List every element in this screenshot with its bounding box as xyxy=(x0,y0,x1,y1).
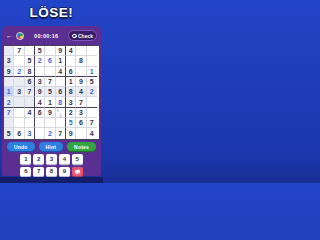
user-digit: 2 xyxy=(90,88,94,95)
cell-r7c7[interactable]: 2 xyxy=(66,108,76,118)
cell-r7c8[interactable]: 3 xyxy=(76,108,86,118)
given-digit: 3 xyxy=(69,99,73,106)
cell-r2c3[interactable]: 5 xyxy=(25,56,35,66)
cell-r4c1[interactable] xyxy=(4,77,14,87)
cell-r8c3[interactable] xyxy=(25,118,35,128)
given-digit: 6 xyxy=(58,88,62,95)
given-digit: 4 xyxy=(79,88,83,95)
cell-r8c7[interactable]: 5 xyxy=(66,118,76,128)
game-header: ← 00:00:16 Check xyxy=(2,26,101,45)
cell-r9c7[interactable]: 9 xyxy=(66,128,76,138)
cell-r3c4[interactable] xyxy=(35,67,45,77)
given-digit: 5 xyxy=(90,78,94,85)
given-digit: 2 xyxy=(69,109,73,116)
key-eraser[interactable] xyxy=(72,167,83,177)
cell-r2c9[interactable] xyxy=(87,56,97,66)
given-digit: 1 xyxy=(58,57,62,64)
cell-r1c9[interactable] xyxy=(87,46,97,56)
user-digit: 7 xyxy=(7,109,11,116)
cell-r6c5[interactable]: 1 xyxy=(45,97,55,107)
cell-r7c2[interactable] xyxy=(14,108,24,118)
user-digit: 2 xyxy=(48,130,52,137)
user-digit: 1 xyxy=(90,68,94,75)
cell-r1c6[interactable]: 9 xyxy=(56,46,66,56)
given-digit: 9 xyxy=(58,47,62,54)
cell-r3c9[interactable]: 1 xyxy=(87,67,97,77)
cell-r2c5[interactable]: 6 xyxy=(45,56,55,66)
cell-r2c2[interactable] xyxy=(14,56,24,66)
cell-r8c4[interactable] xyxy=(35,118,45,128)
user-digit: 8 xyxy=(58,99,62,106)
cell-r3c3[interactable]: 8 xyxy=(25,67,35,77)
cell-r2c1[interactable]: 3 xyxy=(4,56,14,66)
cell-r3c1[interactable]: 9 xyxy=(4,67,14,77)
key-4[interactable]: 4 xyxy=(59,154,70,164)
game-timer: 00:00:16 xyxy=(24,33,68,39)
given-digit: 8 xyxy=(69,88,73,95)
note-digit xyxy=(62,113,64,117)
cell-r2c4[interactable]: 2 xyxy=(35,56,45,66)
check-button-label: Check xyxy=(78,33,93,39)
cell-r9c1[interactable]: 5 xyxy=(4,128,14,138)
cell-r5c7[interactable]: 8 xyxy=(66,87,76,97)
cell-r4c7[interactable]: 1 xyxy=(66,77,76,87)
cell-r6c6[interactable]: 8 xyxy=(56,97,66,107)
banner-title: LÖSE! xyxy=(30,5,74,20)
given-digit: 7 xyxy=(17,47,21,54)
key-5[interactable]: 5 xyxy=(72,154,83,164)
given-digit: 6 xyxy=(27,78,31,85)
key-6[interactable]: 6 xyxy=(20,167,31,177)
cell-r5c9[interactable]: 2 xyxy=(87,87,97,97)
given-digit: 6 xyxy=(17,130,21,137)
cell-r3c2[interactable]: 2 xyxy=(14,67,24,77)
user-digit: 2 xyxy=(17,68,21,75)
bottom-strip xyxy=(0,177,103,183)
magnifier-icon xyxy=(72,34,76,38)
keypad-row-1: 12345 xyxy=(2,154,101,164)
game-screenshot-card: ← 00:00:16 Check 75943526189284616371951… xyxy=(2,26,101,176)
cell-r1c4[interactable]: 5 xyxy=(35,46,45,56)
given-digit: 7 xyxy=(90,119,94,126)
cell-r9c5[interactable]: 2 xyxy=(45,128,55,138)
cell-r6c3[interactable] xyxy=(25,97,35,107)
user-digit: 6 xyxy=(48,57,52,64)
given-digit: 5 xyxy=(38,47,42,54)
given-digit: 1 xyxy=(48,99,52,106)
given-digit: 9 xyxy=(79,78,83,85)
given-digit: 7 xyxy=(27,88,31,95)
notes-button[interactable]: Notes xyxy=(67,142,96,151)
key-1[interactable]: 1 xyxy=(20,154,31,164)
cell-r8c9[interactable]: 7 xyxy=(87,118,97,128)
given-digit: 6 xyxy=(38,109,42,116)
cell-r5c4[interactable]: 9 xyxy=(35,87,45,97)
given-digit: 5 xyxy=(7,130,11,137)
cell-r5c5[interactable]: 5 xyxy=(45,87,55,97)
cell-r8c2[interactable] xyxy=(14,118,24,128)
cell-r6c1[interactable]: 2 xyxy=(4,97,14,107)
cell-r8c1[interactable] xyxy=(4,118,14,128)
given-digit: 9 xyxy=(7,68,11,75)
key-7[interactable]: 7 xyxy=(33,167,44,177)
eraser-icon xyxy=(74,169,80,174)
note-digit: 1 xyxy=(56,108,58,112)
given-digit: 3 xyxy=(7,57,11,64)
cell-r5c2[interactable]: 3 xyxy=(14,87,24,97)
cell-r7c4[interactable]: 6 xyxy=(35,108,45,118)
cell-r4c8[interactable]: 9 xyxy=(76,77,86,87)
key-2[interactable]: 2 xyxy=(33,154,44,164)
given-digit: 1 xyxy=(69,78,73,85)
cell-r7c5[interactable]: 9 xyxy=(45,108,55,118)
cell-r4c6[interactable] xyxy=(56,77,66,87)
cell-r7c1[interactable]: 7 xyxy=(4,108,14,118)
key-3[interactable]: 3 xyxy=(46,154,57,164)
given-digit: 7 xyxy=(58,130,62,137)
given-digit: 7 xyxy=(79,99,83,106)
cell-r3c8[interactable] xyxy=(76,67,86,77)
cell-r7c9[interactable] xyxy=(87,108,97,118)
user-digit: 1 xyxy=(7,88,11,95)
cell-r9c4[interactable] xyxy=(35,128,45,138)
cell-r3c5[interactable] xyxy=(45,67,55,77)
cell-r4c3[interactable]: 6 xyxy=(25,77,35,87)
given-digit: 4 xyxy=(27,109,31,116)
cell-r8c5[interactable] xyxy=(45,118,55,128)
cell-r4c4[interactable]: 3 xyxy=(35,77,45,87)
back-arrow-icon[interactable]: ← xyxy=(6,32,13,39)
given-digit: 5 xyxy=(48,88,52,95)
given-digit: 8 xyxy=(79,57,83,64)
cell-r1c8[interactable] xyxy=(76,46,86,56)
given-digit: 5 xyxy=(27,57,31,64)
given-digit: 9 xyxy=(38,88,42,95)
sudoku-board: 7594352618928461637195137956842241837746… xyxy=(3,45,100,140)
given-digit: 3 xyxy=(38,78,42,85)
given-digit: 8 xyxy=(27,68,31,75)
cell-r6c8[interactable]: 7 xyxy=(76,97,86,107)
cell-r4c9[interactable]: 5 xyxy=(87,77,97,87)
cell-r6c9[interactable] xyxy=(87,97,97,107)
key-8[interactable]: 8 xyxy=(46,167,57,177)
user-digit: 3 xyxy=(27,130,31,137)
given-digit: 3 xyxy=(17,88,21,95)
cell-r8c8[interactable]: 6 xyxy=(76,118,86,128)
cell-r2c6[interactable]: 1 xyxy=(56,56,66,66)
cell-r5c6[interactable]: 6 xyxy=(56,87,66,97)
cell-r8c6[interactable] xyxy=(56,118,66,128)
cell-r1c7[interactable]: 4 xyxy=(66,46,76,56)
cell-r1c2[interactable]: 7 xyxy=(14,46,24,56)
given-digit: 4 xyxy=(38,99,42,106)
cell-r9c3[interactable]: 3 xyxy=(25,128,35,138)
cell-r6c2[interactable] xyxy=(14,97,24,107)
given-digit: 9 xyxy=(69,130,73,137)
given-digit: 7 xyxy=(48,78,52,85)
hint-button[interactable]: Hint xyxy=(39,142,64,151)
given-digit: 4 xyxy=(69,47,73,54)
user-digit: 2 xyxy=(38,57,42,64)
cell-r9c8[interactable] xyxy=(76,128,86,138)
note-digit xyxy=(56,113,58,117)
undo-button[interactable]: Undo xyxy=(7,142,35,151)
cell-r9c2[interactable]: 6 xyxy=(14,128,24,138)
cell-r7c6[interactable]: 15 xyxy=(56,108,66,118)
user-digit: 2 xyxy=(7,99,11,106)
given-digit: 3 xyxy=(79,109,83,116)
cell-r7c3[interactable]: 4 xyxy=(25,108,35,118)
cell-r3c6[interactable]: 4 xyxy=(56,67,66,77)
note-digit: 5 xyxy=(59,113,61,117)
globe-icon xyxy=(16,32,24,40)
cell-r9c6[interactable]: 7 xyxy=(56,128,66,138)
cell-r5c3[interactable]: 7 xyxy=(25,87,35,97)
cell-r4c5[interactable]: 7 xyxy=(45,77,55,87)
cell-r2c8[interactable]: 8 xyxy=(76,56,86,66)
key-9[interactable]: 9 xyxy=(59,167,70,177)
given-digit: 4 xyxy=(58,68,62,75)
keypad-row-2: 6789 xyxy=(2,167,101,177)
cell-r3c7[interactable]: 6 xyxy=(66,67,76,77)
check-button[interactable]: Check xyxy=(68,30,97,41)
cell-r1c5[interactable] xyxy=(45,46,55,56)
given-digit: 4 xyxy=(90,130,94,137)
given-digit: 6 xyxy=(79,119,83,126)
cell-r1c3[interactable] xyxy=(25,46,35,56)
promo-banner: LÖSE! xyxy=(0,0,103,25)
given-digit: 9 xyxy=(48,109,52,116)
note-digit xyxy=(62,108,64,112)
user-digit: 5 xyxy=(69,119,73,126)
given-digit: 6 xyxy=(69,68,73,75)
pencil-notes: 15 xyxy=(56,108,65,117)
cell-r5c1[interactable]: 1 xyxy=(4,87,14,97)
cell-r6c4[interactable]: 4 xyxy=(35,97,45,107)
cell-r6c7[interactable]: 3 xyxy=(66,97,76,107)
cell-r4c2[interactable] xyxy=(14,77,24,87)
cell-r5c8[interactable]: 4 xyxy=(76,87,86,97)
note-digit xyxy=(59,108,61,112)
cell-r2c7[interactable] xyxy=(66,56,76,66)
cell-r9c9[interactable]: 4 xyxy=(87,128,97,138)
action-buttons: Undo Hint Notes xyxy=(2,142,101,151)
cell-r1c1[interactable] xyxy=(4,46,14,56)
